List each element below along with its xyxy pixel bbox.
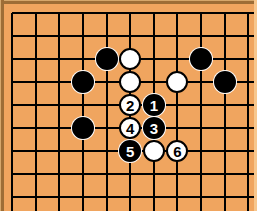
move-number: 4 [126,121,134,136]
grid-vline [176,25,178,48]
board-point[interactable] [166,117,190,140]
grid-vline [11,140,13,163]
board-point[interactable] [1,25,25,48]
grid-vline [200,71,202,94]
move-number: 6 [173,144,181,159]
board-point[interactable] [142,48,166,71]
grid-hline [12,173,24,175]
grid-vline [11,163,13,186]
grid-hline [12,127,24,129]
grid-vline [200,163,202,186]
board-edge-right-highlight [254,0,257,211]
white-stone: 4 [119,117,141,139]
board-point[interactable] [1,48,25,71]
grid-vline [58,94,60,117]
grid-vline [176,163,178,186]
grid-vline [200,140,202,163]
grid-vline [224,140,226,163]
grid-vline [82,140,84,163]
board-point[interactable] [95,163,119,186]
board-point[interactable] [189,186,213,209]
board-point[interactable] [48,2,72,25]
board-point[interactable] [48,25,72,48]
grid-hline [12,58,24,60]
board-point[interactable] [213,140,237,163]
grid-vline [35,140,37,163]
grid-vline [35,186,37,212]
board-point[interactable] [24,71,48,94]
grid-vline [11,25,13,48]
grid-vline [35,25,37,48]
board-point[interactable] [142,163,166,186]
black-stone [190,48,212,70]
grid-vline [11,94,13,117]
board-point[interactable] [1,94,25,117]
board-point[interactable] [71,163,95,186]
board-point[interactable] [71,94,95,117]
board-point[interactable] [71,25,95,48]
black-stone [72,117,94,139]
grid-hline [12,196,24,198]
white-stone [143,140,165,162]
board-point[interactable]: 4 [118,117,142,140]
white-stone: 2 [119,94,141,116]
grid-hline [12,150,24,152]
board-point[interactable] [48,140,72,163]
board-point[interactable] [95,71,119,94]
move-number: 3 [150,121,158,136]
board-point[interactable] [71,2,95,25]
grid-vline [82,94,84,117]
board-point[interactable] [189,2,213,25]
grid-vline [153,13,155,25]
grid-vline [224,117,226,140]
grid-vline [129,163,131,186]
board-point[interactable] [71,48,95,71]
grid-vline [200,13,202,25]
board-point[interactable] [142,71,166,94]
board-point[interactable] [1,2,25,25]
board-point[interactable] [71,186,95,209]
move-number: 1 [150,98,158,113]
board-point[interactable] [48,94,72,117]
grid-vline [247,163,249,186]
grid-vline [176,117,178,140]
board-point[interactable] [1,140,25,163]
board-point[interactable] [118,25,142,48]
grid-vline [200,117,202,140]
board-point[interactable] [24,140,48,163]
grid-vline [106,140,108,163]
grid-vline [153,186,155,212]
white-stone [166,71,188,93]
black-stone [72,71,94,93]
black-stone: 1 [143,94,165,116]
board-point[interactable] [95,117,119,140]
grid-vline [35,71,37,94]
black-stone: 3 [143,117,165,139]
grid-vline [106,163,108,186]
go-board: 214356 [0,0,257,211]
grid-vline [82,186,84,212]
board-point[interactable] [166,2,190,25]
grid-vline [58,117,60,140]
grid-vline [153,25,155,48]
grid-vline [82,163,84,186]
board-point[interactable] [118,2,142,25]
board-point[interactable] [166,48,190,71]
board-point[interactable] [95,25,119,48]
board-edge-top [0,0,257,4]
board-point[interactable] [213,25,237,48]
grid-vline [35,13,37,25]
grid-vline [58,25,60,48]
board-point[interactable] [189,25,213,48]
board-point[interactable] [213,186,237,209]
grid-vline [106,186,108,212]
grid-vline [11,13,13,25]
board-point[interactable] [118,48,142,71]
grid-vline [58,186,60,212]
board-point[interactable] [48,186,72,209]
grid-vline [82,25,84,48]
grid-vline [224,186,226,212]
board-edge-left [0,0,4,211]
board-point[interactable] [189,94,213,117]
black-stone [96,48,118,70]
grid-vline [224,25,226,48]
board-point[interactable] [48,163,72,186]
board-point[interactable] [95,140,119,163]
grid-vline [11,186,13,212]
board-point[interactable] [142,2,166,25]
grid-vline [106,117,108,140]
grid-vline [82,13,84,25]
grid-vline [176,94,178,117]
board-point[interactable] [24,117,48,140]
board-point[interactable] [142,140,166,163]
move-number: 2 [126,98,134,113]
board-point[interactable] [189,48,213,71]
black-stone: 5 [119,140,141,162]
board-point[interactable] [213,48,237,71]
grid-vline [35,117,37,140]
board-point[interactable] [95,2,119,25]
board-point[interactable] [95,94,119,117]
board-point[interactable] [166,94,190,117]
board-point[interactable] [71,71,95,94]
board-point[interactable] [166,25,190,48]
board-point[interactable] [71,117,95,140]
board-point[interactable] [118,71,142,94]
board-point[interactable] [213,163,237,186]
grid-vline [58,13,60,25]
board-point[interactable] [189,163,213,186]
board-point[interactable] [1,163,25,186]
grid-hline [12,104,24,106]
board-point[interactable] [24,94,48,117]
grid-hline [12,12,24,14]
grid-vline [200,25,202,48]
grid-vline [11,71,13,94]
grid-vline [224,94,226,117]
grid-vline [200,186,202,212]
board-point[interactable] [118,186,142,209]
board-point[interactable]: 6 [166,140,190,163]
grid-vline [247,71,249,94]
board-point[interactable]: 5 [118,140,142,163]
board-point[interactable] [24,2,48,25]
board-point[interactable] [166,186,190,209]
board-point[interactable] [213,117,237,140]
grid-vline [247,140,249,163]
board-point[interactable] [189,140,213,163]
board-point[interactable] [1,71,25,94]
grid-vline [176,13,178,25]
grid-vline [58,163,60,186]
board-point[interactable] [189,117,213,140]
grid-vline [176,48,178,71]
grid-vline [247,94,249,117]
grid-vline [129,186,131,212]
grid-hline [12,81,24,83]
grid-vline [106,13,108,25]
board-point[interactable]: 3 [142,117,166,140]
board-point[interactable] [24,163,48,186]
grid-vline [82,48,84,71]
board-point[interactable] [213,71,237,94]
grid-vline [153,48,155,71]
grid-vline [106,71,108,94]
board-point[interactable] [24,186,48,209]
grid-vline [247,13,249,25]
grid-vline [129,13,131,25]
grid-vline [106,94,108,117]
grid-vline [247,25,249,48]
board-point[interactable] [95,186,119,209]
board-point[interactable] [213,2,237,25]
grid-vline [35,163,37,186]
grid-vline [224,13,226,25]
go-grid: 214356 [1,2,258,209]
grid-vline [153,163,155,186]
grid-vline [247,117,249,140]
grid-vline [58,48,60,71]
board-point[interactable]: 2 [118,94,142,117]
board-point[interactable] [71,140,95,163]
grid-vline [129,25,131,48]
board-point[interactable] [48,71,72,94]
grid-vline [58,140,60,163]
grid-vline [58,71,60,94]
grid-hline [12,35,24,37]
grid-vline [247,186,249,212]
white-stone: 6 [166,140,188,162]
grid-vline [106,25,108,48]
move-number: 5 [126,144,134,159]
board-point[interactable] [166,163,190,186]
grid-vline [153,71,155,94]
white-stone [119,71,141,93]
grid-vline [35,48,37,71]
board-point[interactable] [95,48,119,71]
grid-vline [35,94,37,117]
board-point[interactable] [48,48,72,71]
board-point[interactable] [1,117,25,140]
board-point[interactable] [24,48,48,71]
board-point[interactable] [142,25,166,48]
grid-vline [224,163,226,186]
board-point[interactable] [189,71,213,94]
board-point[interactable]: 1 [142,94,166,117]
grid-vline [11,117,13,140]
board-point[interactable] [24,25,48,48]
grid-vline [224,48,226,71]
board-point[interactable] [213,94,237,117]
black-stone [214,71,236,93]
board-point[interactable] [118,163,142,186]
grid-vline [11,48,13,71]
grid-vline [176,186,178,212]
white-stone [119,48,141,70]
board-point[interactable] [166,71,190,94]
grid-vline [247,48,249,71]
board-point[interactable] [48,117,72,140]
board-point[interactable] [142,186,166,209]
board-point[interactable] [1,186,25,209]
grid-vline [200,94,202,117]
